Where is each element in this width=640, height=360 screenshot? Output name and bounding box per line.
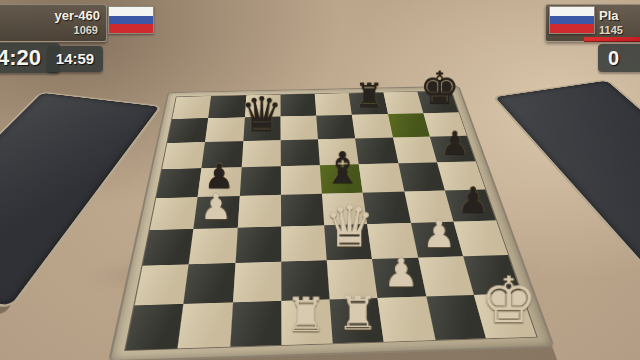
square-h8[interactable]: ♚: [417, 91, 458, 113]
russia-flag-right: [549, 6, 595, 34]
piece-white-pawn-b4[interactable]: ♟: [200, 189, 232, 225]
clock-left-secondary: 14:59: [47, 46, 103, 72]
square-a6[interactable]: [162, 142, 205, 169]
player-left-rating: 1069: [74, 24, 98, 36]
square-c1[interactable]: [230, 301, 282, 347]
square-d4[interactable]: [281, 194, 324, 227]
piece-white-pawn-g3[interactable]: ♟: [423, 215, 456, 252]
square-c6[interactable]: [241, 140, 280, 167]
clock-right: 0: [598, 44, 640, 72]
square-b1[interactable]: [178, 302, 233, 348]
piece-black-bishop-e5[interactable]: ♝: [323, 146, 362, 190]
piece-black-queen-c7[interactable]: ♛: [241, 91, 283, 138]
player-right-name: Pla: [599, 8, 619, 23]
square-c7[interactable]: ♛: [243, 116, 281, 141]
square-f5[interactable]: [359, 163, 404, 192]
square-e8[interactable]: [315, 93, 352, 115]
board-grid: ♜♚♛♟♟♝♟♟♛♟♟♜♜♚: [126, 91, 537, 350]
square-d7[interactable]: [280, 116, 318, 141]
time-bar-right: [584, 37, 640, 42]
square-c2[interactable]: [233, 262, 282, 303]
square-g2[interactable]: [418, 256, 474, 296]
square-f2[interactable]: ♟: [372, 258, 426, 298]
square-a1[interactable]: [126, 304, 184, 350]
piece-white-pawn-f2[interactable]: ♟: [383, 253, 418, 292]
square-e3[interactable]: ♛: [324, 224, 372, 260]
square-d6[interactable]: [280, 139, 319, 166]
square-c5[interactable]: [239, 166, 280, 196]
player-right-rating: 1145: [599, 24, 623, 36]
square-b2[interactable]: [184, 263, 235, 304]
piece-white-king-h1[interactable]: ♚: [481, 268, 538, 332]
square-h1[interactable]: ♚: [474, 293, 537, 338]
square-b7[interactable]: [205, 117, 244, 142]
square-d8[interactable]: [280, 94, 316, 117]
piece-white-rook-e1[interactable]: ♜: [337, 290, 379, 337]
board-scene: ♜♞♟♝♟♞♟♟♟ ♟♟♟♞♟♟♝♝♞ ♜♚♛♟♟♝♟♟♛♟♟♜♜♚: [0, 84, 640, 360]
square-a5[interactable]: [156, 168, 201, 198]
square-a4[interactable]: [150, 197, 198, 230]
piece-white-queen-e3[interactable]: ♛: [323, 198, 374, 255]
square-h6[interactable]: ♟: [430, 136, 476, 163]
piece-black-pawn-h4[interactable]: ♟: [458, 182, 490, 217]
piece-black-rook-f8[interactable]: ♜: [355, 79, 384, 112]
piece-black-pawn-h6[interactable]: ♟: [441, 127, 470, 159]
piece-white-rook-d1[interactable]: ♜: [286, 292, 328, 339]
game-screen: ♜♞♟♝♟♞♟♟♟ ♟♟♟♞♟♟♝♝♞ ♜♚♛♟♟♝♟♟♛♟♟♜♜♚ yer-4…: [0, 0, 640, 360]
square-e1[interactable]: ♜: [330, 298, 384, 343]
square-a8[interactable]: [172, 96, 211, 119]
square-d1[interactable]: ♜: [281, 299, 333, 345]
square-b4[interactable]: ♟: [194, 196, 240, 229]
square-e7[interactable]: [316, 115, 355, 140]
square-d5[interactable]: [281, 165, 322, 195]
board-rim: ♜♚♛♟♟♝♟♟♛♟♟♜♜♚: [111, 87, 552, 360]
square-d3[interactable]: [281, 225, 327, 261]
square-c3[interactable]: [235, 227, 281, 263]
square-a7[interactable]: [167, 118, 208, 143]
square-a3[interactable]: [143, 229, 194, 266]
square-e5[interactable]: ♝: [320, 164, 363, 194]
player-panel-left: yer-460 1069: [0, 4, 107, 42]
russia-flag-left: [108, 6, 154, 34]
piece-black-king-h8[interactable]: ♚: [420, 65, 460, 110]
player-left-name: yer-460: [54, 8, 100, 23]
square-f7[interactable]: [352, 114, 393, 138]
square-h3[interactable]: [453, 221, 508, 257]
square-c4[interactable]: [237, 195, 281, 228]
square-f8[interactable]: ♜: [349, 92, 388, 114]
